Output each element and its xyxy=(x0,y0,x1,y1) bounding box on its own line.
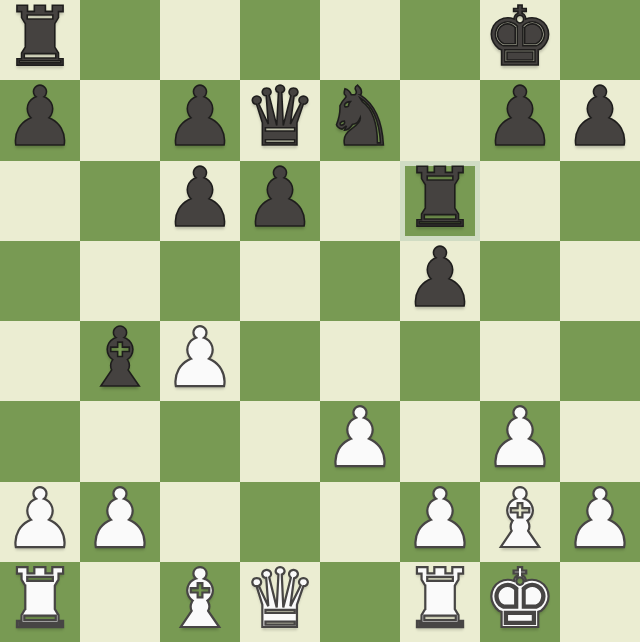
piece-white-pawn[interactable]: ♟ xyxy=(563,482,637,559)
square-a7[interactable]: ♟ xyxy=(0,80,80,160)
square-g3[interactable]: ♟ xyxy=(480,401,560,481)
square-d2[interactable] xyxy=(240,482,320,562)
piece-white-pawn[interactable]: ♟ xyxy=(3,482,77,559)
square-b3[interactable] xyxy=(80,401,160,481)
square-f5[interactable]: ♟ xyxy=(400,241,480,321)
square-a2[interactable]: ♟ xyxy=(0,482,80,562)
square-a3[interactable] xyxy=(0,401,80,481)
square-h5[interactable] xyxy=(560,241,640,321)
square-g8[interactable]: ♚ xyxy=(480,0,560,80)
piece-white-rook[interactable]: ♜ xyxy=(3,562,77,639)
square-f2[interactable]: ♟ xyxy=(400,482,480,562)
square-h6[interactable] xyxy=(560,161,640,241)
square-c6[interactable]: ♟ xyxy=(160,161,240,241)
square-e2[interactable] xyxy=(320,482,400,562)
square-e3[interactable]: ♟ xyxy=(320,401,400,481)
board-container: ♜♚♟♟♛♞♟♟♟♟♜♟♝♟♟♟♟♟♟♝♟♜♝♛♜♚ xyxy=(0,0,640,642)
square-c7[interactable]: ♟ xyxy=(160,80,240,160)
piece-black-rook[interactable]: ♜ xyxy=(403,161,477,238)
square-a4[interactable] xyxy=(0,321,80,401)
piece-black-pawn[interactable]: ♟ xyxy=(3,80,77,157)
piece-white-pawn[interactable]: ♟ xyxy=(163,321,237,398)
square-g4[interactable] xyxy=(480,321,560,401)
square-f1[interactable]: ♜ xyxy=(400,562,480,642)
square-a5[interactable] xyxy=(0,241,80,321)
square-d5[interactable] xyxy=(240,241,320,321)
square-d7[interactable]: ♛ xyxy=(240,80,320,160)
piece-black-queen[interactable]: ♛ xyxy=(243,80,317,157)
piece-black-pawn[interactable]: ♟ xyxy=(163,80,237,157)
square-f7[interactable] xyxy=(400,80,480,160)
piece-white-king[interactable]: ♚ xyxy=(483,562,557,639)
square-d1[interactable]: ♛ xyxy=(240,562,320,642)
square-g5[interactable] xyxy=(480,241,560,321)
square-d3[interactable] xyxy=(240,401,320,481)
square-f4[interactable] xyxy=(400,321,480,401)
square-b5[interactable] xyxy=(80,241,160,321)
square-a6[interactable] xyxy=(0,161,80,241)
square-a8[interactable]: ♜ xyxy=(0,0,80,80)
square-h4[interactable] xyxy=(560,321,640,401)
square-e1[interactable] xyxy=(320,562,400,642)
square-h2[interactable]: ♟ xyxy=(560,482,640,562)
square-d8[interactable] xyxy=(240,0,320,80)
piece-black-pawn[interactable]: ♟ xyxy=(163,161,237,238)
square-d6[interactable]: ♟ xyxy=(240,161,320,241)
piece-white-queen[interactable]: ♛ xyxy=(243,562,317,639)
piece-white-pawn[interactable]: ♟ xyxy=(323,401,397,478)
square-f3[interactable] xyxy=(400,401,480,481)
piece-black-pawn[interactable]: ♟ xyxy=(243,161,317,238)
piece-black-pawn[interactable]: ♟ xyxy=(403,241,477,318)
piece-white-pawn[interactable]: ♟ xyxy=(483,401,557,478)
piece-white-bishop[interactable]: ♝ xyxy=(163,562,237,639)
piece-black-king[interactable]: ♚ xyxy=(483,0,557,77)
square-e8[interactable] xyxy=(320,0,400,80)
square-g6[interactable] xyxy=(480,161,560,241)
square-e6[interactable] xyxy=(320,161,400,241)
chess-board: ♜♚♟♟♛♞♟♟♟♟♜♟♝♟♟♟♟♟♟♝♟♜♝♛♜♚ xyxy=(0,0,640,642)
piece-white-rook[interactable]: ♜ xyxy=(403,562,477,639)
piece-black-knight[interactable]: ♞ xyxy=(323,80,397,157)
square-f6[interactable]: ♜ xyxy=(400,161,480,241)
square-c2[interactable] xyxy=(160,482,240,562)
piece-white-pawn[interactable]: ♟ xyxy=(403,482,477,559)
square-c5[interactable] xyxy=(160,241,240,321)
square-b1[interactable] xyxy=(80,562,160,642)
square-c4[interactable]: ♟ xyxy=(160,321,240,401)
square-g2[interactable]: ♝ xyxy=(480,482,560,562)
square-g7[interactable]: ♟ xyxy=(480,80,560,160)
square-c1[interactable]: ♝ xyxy=(160,562,240,642)
square-e7[interactable]: ♞ xyxy=(320,80,400,160)
square-b4[interactable]: ♝ xyxy=(80,321,160,401)
square-c8[interactable] xyxy=(160,0,240,80)
piece-black-pawn[interactable]: ♟ xyxy=(563,80,637,157)
piece-black-pawn[interactable]: ♟ xyxy=(483,80,557,157)
square-d4[interactable] xyxy=(240,321,320,401)
square-a1[interactable]: ♜ xyxy=(0,562,80,642)
square-h1[interactable] xyxy=(560,562,640,642)
square-g1[interactable]: ♚ xyxy=(480,562,560,642)
square-h8[interactable] xyxy=(560,0,640,80)
square-h7[interactable]: ♟ xyxy=(560,80,640,160)
square-b7[interactable] xyxy=(80,80,160,160)
square-h3[interactable] xyxy=(560,401,640,481)
square-b2[interactable]: ♟ xyxy=(80,482,160,562)
square-e4[interactable] xyxy=(320,321,400,401)
square-b6[interactable] xyxy=(80,161,160,241)
piece-black-rook[interactable]: ♜ xyxy=(3,0,77,77)
square-c3[interactable] xyxy=(160,401,240,481)
square-e5[interactable] xyxy=(320,241,400,321)
piece-black-bishop[interactable]: ♝ xyxy=(83,321,157,398)
piece-white-pawn[interactable]: ♟ xyxy=(83,482,157,559)
square-f8[interactable] xyxy=(400,0,480,80)
square-b8[interactable] xyxy=(80,0,160,80)
piece-white-bishop[interactable]: ♝ xyxy=(483,482,557,559)
